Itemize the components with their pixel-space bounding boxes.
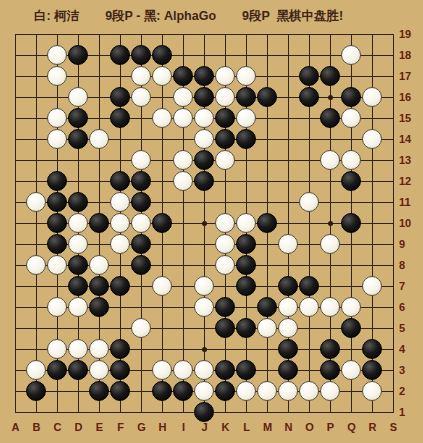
row-label-7: 7 <box>399 280 421 294</box>
row-label-13: 13 <box>399 154 421 168</box>
white-stone[interactable] <box>341 297 361 317</box>
white-stone[interactable] <box>110 192 130 212</box>
row-label-12: 12 <box>399 175 421 189</box>
white-stone[interactable] <box>362 87 382 107</box>
star-point <box>202 347 207 352</box>
white-stone[interactable] <box>341 108 361 128</box>
black-stone[interactable] <box>131 45 151 65</box>
black-stone[interactable] <box>152 381 172 401</box>
black-stone[interactable] <box>215 360 235 380</box>
black-stone[interactable] <box>236 87 256 107</box>
white-stone[interactable] <box>47 66 67 86</box>
black-stone[interactable] <box>47 213 67 233</box>
white-stone[interactable] <box>320 297 340 317</box>
black-stone[interactable] <box>257 213 277 233</box>
white-stone[interactable] <box>47 297 67 317</box>
black-stone[interactable] <box>131 192 151 212</box>
black-stone[interactable] <box>320 360 340 380</box>
black-stone[interactable] <box>89 213 109 233</box>
black-stone[interactable] <box>215 129 235 149</box>
white-stone[interactable] <box>47 255 67 275</box>
black-stone[interactable] <box>236 234 256 254</box>
row-label-1: 1 <box>399 406 421 420</box>
black-stone[interactable] <box>236 276 256 296</box>
black-stone[interactable] <box>110 381 130 401</box>
column-label-B: B <box>26 421 47 433</box>
black-stone[interactable] <box>236 360 256 380</box>
black-stone[interactable] <box>236 318 256 338</box>
black-stone[interactable] <box>173 381 193 401</box>
black-stone[interactable] <box>152 45 172 65</box>
black-stone[interactable] <box>299 87 319 107</box>
white-stone[interactable] <box>320 150 340 170</box>
white-stone[interactable] <box>26 360 46 380</box>
black-stone[interactable] <box>341 87 361 107</box>
white-stone[interactable] <box>194 108 214 128</box>
black-stone[interactable] <box>26 381 46 401</box>
column-label-D: D <box>68 421 89 433</box>
black-stone[interactable] <box>152 213 172 233</box>
black-stone[interactable] <box>68 45 88 65</box>
white-stone[interactable] <box>173 150 193 170</box>
black-stone[interactable] <box>194 87 214 107</box>
black-stone[interactable] <box>47 192 67 212</box>
black-stone[interactable] <box>341 171 361 191</box>
black-stone[interactable] <box>110 360 130 380</box>
column-label-P: P <box>320 421 341 433</box>
white-stone[interactable] <box>236 108 256 128</box>
white-stone[interactable] <box>47 339 67 359</box>
black-stone[interactable] <box>68 360 88 380</box>
row-label-4: 4 <box>399 343 421 357</box>
column-label-L: L <box>236 421 257 433</box>
black-stone[interactable] <box>215 108 235 128</box>
white-stone[interactable] <box>215 150 235 170</box>
black-stone[interactable] <box>257 297 277 317</box>
white-stone[interactable] <box>215 87 235 107</box>
white-stone[interactable] <box>278 297 298 317</box>
white-stone[interactable] <box>131 213 151 233</box>
white-stone[interactable] <box>257 381 277 401</box>
board-hline <box>15 328 394 329</box>
black-stone[interactable] <box>236 129 256 149</box>
black-stone[interactable] <box>194 150 214 170</box>
black-stone[interactable] <box>215 381 235 401</box>
black-stone[interactable] <box>89 381 109 401</box>
row-label-17: 17 <box>399 70 421 84</box>
white-stone[interactable] <box>236 381 256 401</box>
white-stone[interactable] <box>341 45 361 65</box>
column-label-I: I <box>173 421 194 433</box>
white-stone[interactable] <box>257 318 277 338</box>
black-stone[interactable] <box>194 171 214 191</box>
black-stone[interactable] <box>47 234 67 254</box>
white-stone[interactable] <box>89 360 109 380</box>
white-stone[interactable] <box>47 129 67 149</box>
white-stone[interactable] <box>152 66 172 86</box>
white-stone[interactable] <box>173 108 193 128</box>
black-stone[interactable] <box>68 276 88 296</box>
column-label-O: O <box>299 421 320 433</box>
white-stone[interactable] <box>278 318 298 338</box>
white-stone[interactable] <box>131 87 151 107</box>
black-stone[interactable] <box>47 171 67 191</box>
white-stone[interactable] <box>194 129 214 149</box>
row-label-16: 16 <box>399 91 421 105</box>
white-stone[interactable] <box>152 360 172 380</box>
row-label-6: 6 <box>399 301 421 315</box>
black-stone[interactable] <box>320 66 340 86</box>
white-stone[interactable] <box>278 234 298 254</box>
white-stone[interactable] <box>68 339 88 359</box>
white-stone[interactable] <box>299 192 319 212</box>
black-stone[interactable] <box>362 339 382 359</box>
black-stone[interactable] <box>110 108 130 128</box>
white-stone[interactable] <box>89 255 109 275</box>
white-stone[interactable] <box>215 66 235 86</box>
black-stone[interactable] <box>110 87 130 107</box>
white-stone[interactable] <box>194 297 214 317</box>
white-stone[interactable] <box>173 360 193 380</box>
white-stone[interactable] <box>362 129 382 149</box>
white-stone[interactable] <box>152 108 172 128</box>
row-label-2: 2 <box>399 385 421 399</box>
white-stone[interactable] <box>47 108 67 128</box>
white-stone[interactable] <box>110 234 130 254</box>
black-stone[interactable] <box>89 276 109 296</box>
row-label-10: 10 <box>399 217 421 231</box>
white-stone[interactable] <box>131 150 151 170</box>
black-stone[interactable] <box>257 87 277 107</box>
white-stone[interactable] <box>26 192 46 212</box>
white-stone[interactable] <box>362 276 382 296</box>
black-stone[interactable] <box>110 171 130 191</box>
column-label-Q: Q <box>341 421 362 433</box>
black-stone[interactable] <box>215 318 235 338</box>
black-stone[interactable] <box>299 276 319 296</box>
white-stone[interactable] <box>215 255 235 275</box>
black-stone[interactable] <box>236 255 256 275</box>
white-stone[interactable] <box>215 213 235 233</box>
white-stone[interactable] <box>215 234 235 254</box>
row-label-3: 3 <box>399 364 421 378</box>
star-point <box>328 95 333 100</box>
row-label-11: 11 <box>399 196 421 210</box>
board-vline <box>393 34 394 413</box>
white-stone[interactable] <box>173 87 193 107</box>
white-stone[interactable] <box>341 150 361 170</box>
row-label-14: 14 <box>399 133 421 147</box>
white-stone[interactable] <box>194 276 214 296</box>
black-stone[interactable] <box>215 297 235 317</box>
white-stone[interactable] <box>68 87 88 107</box>
black-stone[interactable] <box>131 171 151 191</box>
black-stone[interactable] <box>131 255 151 275</box>
column-label-N: N <box>278 421 299 433</box>
white-stone[interactable] <box>68 297 88 317</box>
column-label-S: S <box>383 421 404 433</box>
white-stone[interactable] <box>68 213 88 233</box>
white-stone[interactable] <box>152 276 172 296</box>
row-label-18: 18 <box>399 49 421 63</box>
column-label-J: J <box>194 421 215 433</box>
row-label-9: 9 <box>399 238 421 252</box>
column-label-A: A <box>5 421 26 433</box>
black-stone[interactable] <box>110 276 130 296</box>
black-stone[interactable] <box>299 66 319 86</box>
white-stone[interactable] <box>47 45 67 65</box>
row-label-5: 5 <box>399 322 421 336</box>
white-stone[interactable] <box>278 381 298 401</box>
white-stone[interactable] <box>110 213 130 233</box>
go-app-window: 白: 柯洁 9段P - 黑: AlphaGo 9段P 黑棋中盘胜! ABCDEF… <box>0 0 423 443</box>
column-label-E: E <box>89 421 110 433</box>
white-stone[interactable] <box>341 360 361 380</box>
column-label-R: R <box>362 421 383 433</box>
black-stone[interactable] <box>68 129 88 149</box>
column-label-G: G <box>131 421 152 433</box>
black-stone[interactable] <box>68 192 88 212</box>
go-board[interactable]: ABCDEFGHIJKLMNOPQRS191817161514131211109… <box>0 0 423 443</box>
white-stone[interactable] <box>299 297 319 317</box>
black-stone[interactable] <box>362 360 382 380</box>
black-stone[interactable] <box>278 339 298 359</box>
column-label-F: F <box>110 421 131 433</box>
black-stone[interactable] <box>173 66 193 86</box>
black-stone[interactable] <box>194 66 214 86</box>
black-stone[interactable] <box>341 318 361 338</box>
black-stone[interactable] <box>341 213 361 233</box>
black-stone[interactable] <box>110 339 130 359</box>
black-stone[interactable] <box>320 339 340 359</box>
column-label-C: C <box>47 421 68 433</box>
white-stone[interactable] <box>362 381 382 401</box>
row-label-15: 15 <box>399 112 421 126</box>
white-stone[interactable] <box>236 66 256 86</box>
row-label-8: 8 <box>399 259 421 273</box>
black-stone[interactable] <box>68 108 88 128</box>
black-stone[interactable] <box>194 402 214 422</box>
row-label-19: 19 <box>399 28 421 42</box>
white-stone[interactable] <box>131 318 151 338</box>
black-stone[interactable] <box>110 45 130 65</box>
star-point <box>328 221 333 226</box>
white-stone[interactable] <box>26 255 46 275</box>
white-stone[interactable] <box>173 171 193 191</box>
black-stone[interactable] <box>47 360 67 380</box>
white-stone[interactable] <box>194 360 214 380</box>
white-stone[interactable] <box>320 234 340 254</box>
column-label-K: K <box>215 421 236 433</box>
white-stone[interactable] <box>89 339 109 359</box>
white-stone[interactable] <box>89 129 109 149</box>
white-stone[interactable] <box>320 381 340 401</box>
white-stone[interactable] <box>131 66 151 86</box>
white-stone[interactable] <box>194 381 214 401</box>
column-label-H: H <box>152 421 173 433</box>
black-stone[interactable] <box>320 108 340 128</box>
black-stone[interactable] <box>89 297 109 317</box>
star-point <box>202 221 207 226</box>
white-stone[interactable] <box>299 381 319 401</box>
white-stone[interactable] <box>68 234 88 254</box>
black-stone[interactable] <box>278 276 298 296</box>
black-stone[interactable] <box>278 360 298 380</box>
white-stone[interactable] <box>236 213 256 233</box>
black-stone[interactable] <box>68 255 88 275</box>
column-label-M: M <box>257 421 278 433</box>
black-stone[interactable] <box>131 234 151 254</box>
